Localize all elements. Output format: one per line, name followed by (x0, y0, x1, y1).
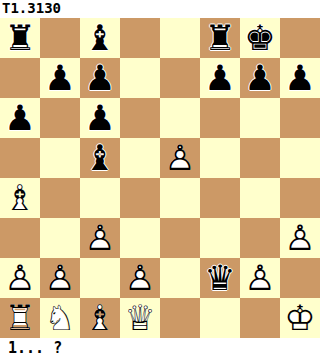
move-prompt: 1... ? (0, 338, 320, 360)
square-c4[interactable] (80, 178, 120, 218)
white-pawn: ♙ (120, 258, 160, 298)
square-g2[interactable]: ♟♙ (240, 258, 280, 298)
black-pawn: ♟ (80, 58, 120, 98)
square-g1[interactable] (240, 298, 280, 338)
square-d1[interactable]: ♛♕ (120, 298, 160, 338)
square-c3[interactable]: ♟♙ (80, 218, 120, 258)
white-king-fill: ♚ (280, 298, 320, 338)
square-a1[interactable]: ♜♖ (0, 298, 40, 338)
square-h2[interactable] (280, 258, 320, 298)
square-g6[interactable] (240, 98, 280, 138)
black-bishop: ♝ (80, 18, 120, 58)
chess-board: ♜♝♜♚♟♟♟♟♟♟♟♝♟♙♝♗♟♙♟♙♟♙♟♙♟♙♛♟♙♜♖♞♘♝♗♛♕♚♔ (0, 18, 320, 338)
white-pawn: ♙ (240, 258, 280, 298)
square-f1[interactable] (200, 298, 240, 338)
square-g5[interactable] (240, 138, 280, 178)
square-h3[interactable]: ♟♙ (280, 218, 320, 258)
square-f2[interactable]: ♛ (200, 258, 240, 298)
white-bishop-fill: ♝ (80, 298, 120, 338)
square-f4[interactable] (200, 178, 240, 218)
square-d8[interactable] (120, 18, 160, 58)
square-h5[interactable] (280, 138, 320, 178)
square-e3[interactable] (160, 218, 200, 258)
square-e5[interactable]: ♟♙ (160, 138, 200, 178)
square-a6[interactable]: ♟ (0, 98, 40, 138)
square-d2[interactable]: ♟♙ (120, 258, 160, 298)
square-a7[interactable] (0, 58, 40, 98)
white-bishop-fill: ♝ (0, 178, 40, 218)
square-f6[interactable] (200, 98, 240, 138)
square-b4[interactable] (40, 178, 80, 218)
square-g7[interactable]: ♟ (240, 58, 280, 98)
square-c7[interactable]: ♟ (80, 58, 120, 98)
square-e7[interactable] (160, 58, 200, 98)
white-rook: ♖ (0, 298, 40, 338)
square-a3[interactable] (0, 218, 40, 258)
white-pawn: ♙ (80, 218, 120, 258)
square-f8[interactable]: ♜ (200, 18, 240, 58)
square-e8[interactable] (160, 18, 200, 58)
square-d7[interactable] (120, 58, 160, 98)
square-c1[interactable]: ♝♗ (80, 298, 120, 338)
square-c5[interactable]: ♝ (80, 138, 120, 178)
white-knight: ♘ (40, 298, 80, 338)
square-f5[interactable] (200, 138, 240, 178)
square-b8[interactable] (40, 18, 80, 58)
square-h6[interactable] (280, 98, 320, 138)
black-bishop: ♝ (80, 138, 120, 178)
white-pawn-fill: ♟ (160, 138, 200, 178)
white-pawn-fill: ♟ (80, 218, 120, 258)
white-pawn-fill: ♟ (120, 258, 160, 298)
square-h8[interactable] (280, 18, 320, 58)
square-e6[interactable] (160, 98, 200, 138)
white-bishop: ♗ (80, 298, 120, 338)
black-pawn: ♟ (280, 58, 320, 98)
black-pawn: ♟ (200, 58, 240, 98)
square-b2[interactable]: ♟♙ (40, 258, 80, 298)
white-pawn-fill: ♟ (40, 258, 80, 298)
black-pawn: ♟ (40, 58, 80, 98)
chess-puzzle-window: T1.3130 ♜♝♜♚♟♟♟♟♟♟♟♝♟♙♝♗♟♙♟♙♟♙♟♙♟♙♛♟♙♜♖♞… (0, 0, 320, 360)
square-e1[interactable] (160, 298, 200, 338)
white-pawn: ♙ (0, 258, 40, 298)
square-g4[interactable] (240, 178, 280, 218)
black-pawn: ♟ (80, 98, 120, 138)
square-d5[interactable] (120, 138, 160, 178)
square-e2[interactable] (160, 258, 200, 298)
white-bishop: ♗ (0, 178, 40, 218)
white-pawn-fill: ♟ (0, 258, 40, 298)
white-knight-fill: ♞ (40, 298, 80, 338)
square-b3[interactable] (40, 218, 80, 258)
square-d4[interactable] (120, 178, 160, 218)
black-rook: ♜ (200, 18, 240, 58)
square-d6[interactable] (120, 98, 160, 138)
square-b1[interactable]: ♞♘ (40, 298, 80, 338)
square-f7[interactable]: ♟ (200, 58, 240, 98)
black-rook: ♜ (0, 18, 40, 58)
square-e4[interactable] (160, 178, 200, 218)
black-pawn: ♟ (0, 98, 40, 138)
square-f3[interactable] (200, 218, 240, 258)
square-h1[interactable]: ♚♔ (280, 298, 320, 338)
square-g8[interactable]: ♚ (240, 18, 280, 58)
square-c8[interactable]: ♝ (80, 18, 120, 58)
square-b5[interactable] (40, 138, 80, 178)
square-h7[interactable]: ♟ (280, 58, 320, 98)
white-pawn-fill: ♟ (240, 258, 280, 298)
white-rook-fill: ♜ (0, 298, 40, 338)
square-b6[interactable] (40, 98, 80, 138)
square-c2[interactable] (80, 258, 120, 298)
white-queen-fill: ♛ (120, 298, 160, 338)
white-pawn: ♙ (40, 258, 80, 298)
square-a5[interactable] (0, 138, 40, 178)
white-pawn: ♙ (160, 138, 200, 178)
square-d3[interactable] (120, 218, 160, 258)
white-pawn: ♙ (280, 218, 320, 258)
white-pawn-fill: ♟ (280, 218, 320, 258)
white-king: ♔ (280, 298, 320, 338)
square-c6[interactable]: ♟ (80, 98, 120, 138)
black-king: ♚ (240, 18, 280, 58)
square-a8[interactable]: ♜ (0, 18, 40, 58)
square-b7[interactable]: ♟ (40, 58, 80, 98)
square-a2[interactable]: ♟♙ (0, 258, 40, 298)
puzzle-title: T1.3130 (0, 0, 320, 18)
white-queen: ♕ (120, 298, 160, 338)
square-h4[interactable] (280, 178, 320, 218)
black-pawn: ♟ (240, 58, 280, 98)
square-g3[interactable] (240, 218, 280, 258)
black-queen: ♛ (200, 258, 240, 298)
square-a4[interactable]: ♝♗ (0, 178, 40, 218)
